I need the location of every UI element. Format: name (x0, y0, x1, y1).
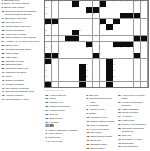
cell-r9c10[interactable] (106, 47, 113, 52)
down-clue-13: 13. Part of a pagoda (87, 124, 117, 127)
down-clue-3: 3. Consecrate (46, 136, 85, 139)
cell-r3c8[interactable]: 17 (93, 13, 99, 18)
cell-r7c10[interactable] (106, 36, 113, 41)
cell-r6c9[interactable] (100, 30, 107, 35)
clue-text: Aristotle, to Alexander the Great (6, 40, 40, 43)
cell-number: 48 (45, 64, 47, 66)
cell-r7c11[interactable] (113, 36, 119, 41)
cell-r3c6[interactable] (79, 13, 85, 18)
across-clues-continued: 50. Arbor's offering51. Genre52. Toasted… (46, 94, 85, 124)
cell-r15c2[interactable]: 57 (52, 82, 59, 87)
across-clue-49: 49. It's cultivated in Africa (2, 98, 42, 101)
cell-r11c6[interactable] (79, 59, 85, 64)
cell-r15c4[interactable] (65, 82, 72, 87)
across-clue-5: 5. Brazil, for some nations (2, 2, 42, 5)
clue-text: Chemical compound component (121, 127, 143, 133)
clue-text: "Cool" quality (48, 132, 62, 135)
cell-r14c2[interactable] (52, 76, 59, 81)
cell-r11c7[interactable] (86, 59, 93, 64)
cell-r5c15[interactable] (141, 24, 148, 29)
cell-r15c8[interactable] (93, 82, 99, 87)
cell-r12c14[interactable] (134, 64, 141, 69)
cell-r6c4[interactable] (65, 30, 72, 35)
cell-r4c8[interactable] (93, 19, 99, 24)
cell-r3c3[interactable] (59, 13, 65, 18)
cell-r2c13[interactable] (127, 7, 133, 12)
cell-r11c9[interactable] (100, 59, 107, 64)
cell-r6c12[interactable] (120, 30, 127, 35)
clue-text: Democrat-turned-Republican-turned-Democr… (5, 10, 37, 16)
cell-r6c6[interactable]: 27 (79, 30, 85, 35)
cell-r10c7[interactable] (86, 53, 93, 58)
cell-r6c1[interactable]: 26 (45, 30, 51, 35)
cell-r12c4[interactable] (65, 64, 72, 69)
clue-text: Brazil, for some nations (4, 2, 29, 5)
cell-r4c2 (52, 19, 59, 24)
clue-text: Japanese wrestling (6, 71, 26, 74)
cell-r8c10[interactable] (106, 42, 113, 47)
cell-number: 12 (45, 7, 47, 9)
clue-text: Center surrounders (50, 105, 71, 108)
cell-r2c3[interactable] (59, 7, 65, 12)
clue-text: All smiles (122, 115, 132, 118)
down-clue-31: 31. Tattoo standard (118, 108, 149, 111)
cell-r13c15[interactable] (141, 70, 148, 75)
cell-r4c13[interactable]: 20 (127, 19, 133, 24)
cell-number: 26 (45, 30, 47, 32)
cell-r14c14[interactable] (134, 76, 141, 81)
cell-r9c7[interactable]: 38 (86, 47, 93, 52)
cell-r14c8[interactable] (93, 76, 99, 81)
cell-r3c2[interactable] (52, 13, 59, 18)
cell-r9c3[interactable] (59, 47, 65, 52)
clue-text: Balloon filler (6, 44, 19, 47)
cell-r6c8[interactable] (93, 30, 99, 35)
cell-number: 5 (79, 1, 80, 3)
cell-r6c15[interactable] (141, 30, 148, 35)
cell-r5c13[interactable] (127, 24, 133, 29)
cell-number: 32 (66, 42, 68, 44)
cell-r1c2[interactable]: 2 (52, 1, 59, 6)
cell-r4c4[interactable] (65, 19, 72, 24)
down-clue-30: 30. "Pocket Fisherman" promoter (118, 101, 149, 107)
cell-r13c14[interactable] (134, 70, 141, 75)
cell-number: 57 (52, 82, 54, 84)
cell-r1c15[interactable]: 11 (141, 1, 148, 6)
clue-text: Switzerland's capital (91, 135, 113, 138)
clue-text: Workplace safety org. (6, 67, 29, 70)
cell-r2c5[interactable]: 13 (72, 7, 79, 12)
cell-number: 28 (107, 30, 109, 32)
cell-r2c9[interactable]: 14 (100, 7, 107, 12)
across-clue-40: 40. Japanese wrestling (2, 71, 42, 74)
clue-text: Broadway opening? (6, 17, 27, 20)
cell-r14c1[interactable]: 54 (45, 76, 51, 81)
cell-r12c7[interactable]: 49 (86, 64, 93, 69)
cell-r13c4[interactable] (65, 70, 72, 75)
cell-r11c14[interactable]: 47 (134, 59, 141, 64)
cell-r13c1[interactable]: 51 (45, 70, 51, 75)
cell-r4c15[interactable] (141, 19, 148, 24)
cell-r3c15[interactable] (141, 13, 148, 18)
cell-r2c10[interactable] (106, 7, 113, 12)
cell-r6c5 (72, 30, 79, 35)
cell-number: 55 (86, 76, 88, 78)
cell-r11c13[interactable] (127, 59, 133, 64)
cell-r15c10 (106, 82, 113, 87)
cell-number: 10 (134, 1, 136, 3)
cell-r7c13[interactable] (127, 36, 133, 41)
cell-r3c11[interactable] (113, 13, 119, 18)
cell-number: 3 (59, 1, 60, 3)
cell-number: 22 (45, 24, 47, 26)
cell-r15c3[interactable] (59, 82, 65, 87)
down-clue-7: 7. Consider (87, 104, 117, 107)
cell-r10c13[interactable] (127, 53, 133, 58)
cell-r8c8[interactable]: 34 (93, 42, 99, 47)
cell-number: 56 (114, 76, 116, 78)
cell-r1c10[interactable]: 6 (106, 1, 113, 6)
cell-r6c13[interactable] (127, 30, 133, 35)
cell-number: 9 (127, 1, 128, 3)
cell-number: 23 (52, 24, 54, 26)
cell-r10c9[interactable]: 43 (100, 53, 107, 58)
cell-r11c4[interactable] (65, 59, 72, 64)
clue-text: Comrade in arms (6, 60, 24, 63)
cell-r14c12[interactable] (120, 76, 127, 81)
cell-number: 37 (45, 47, 47, 49)
cell-r15c5[interactable] (72, 82, 79, 87)
cell-r7c8[interactable] (93, 36, 99, 41)
cell-r3c5[interactable] (72, 13, 79, 18)
cell-r7c3[interactable] (59, 36, 65, 41)
cell-r1c6[interactable]: 5 (79, 1, 85, 6)
cell-r9c6[interactable] (79, 47, 85, 52)
cell-r14c15[interactable] (141, 76, 148, 81)
cell-r4c6[interactable] (79, 19, 85, 24)
cell-r8c3[interactable] (59, 42, 65, 47)
clue-text: Bugle call (91, 139, 101, 142)
cell-r13c5[interactable] (72, 70, 79, 75)
cell-r10c15[interactable] (141, 53, 148, 58)
cell-r9c14[interactable] (134, 47, 141, 52)
cell-r9c2[interactable] (52, 47, 59, 52)
cell-r9c5[interactable] (72, 47, 79, 52)
cell-r5c14[interactable] (134, 24, 141, 29)
clue-text: Winter precipitation (122, 149, 142, 150)
cell-r2c12[interactable] (120, 7, 127, 12)
across-clue-18: 18. Nordic metropolis (2, 29, 42, 32)
across-clue-55: 55. Trial run (46, 113, 85, 116)
cell-r2c11[interactable] (113, 7, 119, 12)
cell-r4c14[interactable]: 21 (134, 19, 141, 24)
cell-number: 54 (45, 76, 47, 78)
cell-r11c12[interactable] (120, 59, 127, 64)
cell-r5c11[interactable]: 25 (113, 24, 119, 29)
down-clue-10: 10. Opposite of o'er (87, 116, 117, 119)
cell-r15c14[interactable] (134, 82, 141, 87)
cell-r12c2[interactable] (52, 64, 59, 69)
clue-text: "Take that!" (6, 56, 18, 59)
clue-text: What a pedometer registers (48, 129, 78, 132)
cell-r10c4[interactable] (65, 53, 72, 58)
cell-r5c8[interactable] (93, 24, 99, 29)
down-clue-5: 5. BLT part (87, 94, 117, 97)
clue-text: Powder container (6, 83, 25, 86)
down-clue-16: 16. Nile snake (87, 131, 117, 134)
cell-r6c2[interactable] (52, 30, 59, 35)
cell-r10c6[interactable] (79, 53, 85, 58)
cell-number: 19 (120, 19, 122, 21)
cell-r12c11[interactable]: 50 (113, 64, 119, 69)
cell-r1c7[interactable] (86, 1, 93, 6)
cell-r6c11[interactable] (113, 30, 119, 35)
clue-text: Agents, to Leo (89, 108, 104, 111)
cell-r3c1[interactable]: 15 (45, 13, 51, 18)
cell-r12c15[interactable] (141, 64, 148, 69)
cell-r13c12[interactable] (120, 70, 127, 75)
cell-r7c2[interactable] (52, 36, 59, 41)
cell-r3c10[interactable] (106, 13, 113, 18)
cell-r15c7[interactable]: 58 (86, 82, 93, 87)
cell-r10c11[interactable] (113, 53, 119, 58)
cell-r10c5[interactable] (72, 53, 79, 58)
cell-r1c3[interactable]: 3 (59, 1, 65, 6)
cell-r14c5[interactable] (72, 76, 79, 81)
cell-r8c14[interactable]: 35 (134, 42, 141, 47)
cell-r8c5[interactable]: 33 (72, 42, 79, 47)
cell-r7c6[interactable]: 30 (79, 36, 85, 41)
cell-r3c7[interactable]: 16 (86, 13, 93, 18)
cell-r11c2[interactable]: 44 (52, 59, 59, 64)
cell-r1c8[interactable] (93, 1, 99, 6)
cell-r9c9[interactable] (100, 47, 107, 52)
cell-r12c9[interactable] (100, 64, 107, 69)
cell-r10c10[interactable] (106, 53, 113, 58)
cell-r1c12[interactable]: 8 (120, 1, 127, 6)
cell-r10c12[interactable] (120, 53, 127, 58)
cell-r2c2[interactable] (52, 7, 59, 12)
cell-number: 30 (79, 36, 81, 38)
clue-text: Dog food brand since 1936 (89, 97, 112, 103)
clue-text: Ruhr city (122, 134, 131, 137)
down-clue-45: 45. Weighed down (118, 145, 149, 148)
cell-r9c1[interactable]: 37 (45, 47, 51, 52)
cell-r10c3[interactable]: 42 (59, 53, 65, 58)
cell-r1c13[interactable]: 9 (127, 1, 133, 6)
down-header: DOWN (46, 125, 85, 128)
cell-r8c15[interactable]: 36 (141, 42, 148, 47)
clue-text: Put in extra hours (91, 128, 110, 131)
cell-r7c9[interactable] (100, 36, 107, 41)
cell-r12c3[interactable] (59, 64, 65, 69)
cell-r5c6[interactable] (79, 24, 85, 29)
clue-text: Decline, as enrollment (122, 123, 146, 126)
cell-r12c8[interactable] (93, 64, 99, 69)
cell-r11c3[interactable] (59, 59, 65, 64)
cell-r4c5[interactable] (72, 19, 79, 24)
cell-r5c7[interactable] (86, 24, 93, 29)
cell-r12c13[interactable] (127, 64, 133, 69)
cell-r1c14[interactable]: 10 (134, 1, 141, 6)
cell-number: 31 (45, 42, 47, 44)
cell-number: 59 (114, 82, 116, 84)
down-clues-start: 1. What a pedometer registers2. "Cool" q… (46, 129, 85, 144)
cell-r12c10 (106, 64, 113, 69)
across-clue-28: 28. Wheel shaft (2, 52, 42, 55)
down-clue-33: 33. Senior member (118, 111, 149, 114)
cell-r13c11[interactable]: 53 (113, 70, 119, 75)
cell-r4c3[interactable]: 18 (59, 19, 65, 24)
cell-r15c15[interactable] (141, 82, 148, 87)
cell-r9c4[interactable] (65, 47, 72, 52)
clue-text: Like Roman numerals (6, 87, 29, 90)
cell-r11c11[interactable]: 46 (113, 59, 119, 64)
across-clue-50: 50. Arbor's offering (46, 94, 85, 97)
cell-r8c6[interactable] (79, 42, 85, 47)
cell-r5c9[interactable]: 24 (100, 24, 107, 29)
across-clue-46: 46. Like Roman numerals (2, 87, 42, 90)
down-clue-26: 26. Acronym for a military mess (118, 94, 149, 100)
cell-r1c1[interactable]: 1 (45, 1, 51, 6)
cell-r3c4[interactable] (65, 13, 72, 18)
cell-r15c1 (45, 82, 51, 87)
clue-text: Weighed down (122, 145, 138, 148)
cell-r13c13[interactable] (127, 70, 133, 75)
cell-r6c14[interactable] (134, 30, 141, 35)
cell-number: 38 (86, 47, 88, 49)
cell-r12c5[interactable] (72, 64, 79, 69)
cell-r4c7[interactable] (86, 19, 93, 24)
cell-r11c5[interactable] (72, 59, 79, 64)
cell-number: 21 (134, 19, 136, 21)
cell-r9c12[interactable]: 40 (120, 47, 127, 52)
cell-r5c1[interactable]: 22 (45, 24, 51, 29)
down-clues-column-4: 26. Acronym for a military mess30. "Pock… (118, 94, 149, 151)
cell-r14c11[interactable]: 56 (113, 76, 119, 81)
cell-r14c13[interactable] (127, 76, 133, 81)
cell-r11c10 (106, 59, 113, 64)
cell-r15c13[interactable] (127, 82, 133, 87)
clue-text: Kind of car or class (6, 33, 26, 36)
cell-r13c8[interactable] (93, 70, 99, 75)
down-clue-4: 4. U-Haul rental (46, 140, 85, 143)
cell-r9c15[interactable] (141, 47, 148, 52)
cell-r14c10 (106, 76, 113, 81)
cell-r8c13 (127, 42, 133, 47)
cell-r13c3[interactable] (59, 70, 65, 75)
cell-r5c2[interactable]: 23 (52, 24, 59, 29)
cell-r6c7[interactable] (86, 30, 93, 35)
cell-r4c10[interactable] (106, 19, 113, 24)
cell-r14c7[interactable]: 55 (86, 76, 93, 81)
cell-number: 6 (107, 1, 108, 3)
cell-r14c9[interactable] (100, 76, 107, 81)
down-clue-39: 39. Ruhr city (118, 134, 149, 137)
cell-r5c12[interactable] (120, 24, 127, 29)
cell-r2c6[interactable] (79, 7, 85, 12)
cell-r13c7[interactable]: 52 (86, 70, 93, 75)
cell-r12c1[interactable]: 48 (45, 64, 51, 69)
cell-r8c1[interactable]: 31 (45, 42, 51, 47)
cell-r5c5[interactable] (72, 24, 79, 29)
across-clue-52: 52. Toasted, e.g. (46, 101, 85, 104)
clue-text: Oft-removed hospital items (6, 90, 35, 93)
cell-number: 47 (134, 59, 136, 61)
cell-r15c12[interactable] (120, 82, 127, 87)
cell-r9c13[interactable]: 41 (127, 47, 133, 52)
cell-number: 15 (45, 13, 47, 15)
crossword-grid[interactable]: 1234567891011121314151617181920212223242… (44, 0, 149, 88)
cell-r2c14[interactable] (134, 7, 141, 12)
cell-r11c8[interactable]: 45 (93, 59, 99, 64)
cell-r2c15[interactable] (141, 7, 148, 12)
clue-text: Arbor's offering (50, 94, 66, 97)
cell-r8c4[interactable]: 32 (65, 42, 72, 47)
cell-number: 24 (100, 24, 102, 26)
cell-number: 35 (134, 42, 136, 44)
cell-r7c1[interactable]: 29 (45, 36, 51, 41)
cell-r6c10[interactable]: 28 (106, 30, 113, 35)
clue-text: Samuel Butler's utopia (90, 120, 114, 123)
clue-text: Senior member (122, 111, 138, 114)
cell-r12c12[interactable] (120, 64, 127, 69)
across-clue-14: 14. Broadway opening? (2, 17, 42, 20)
cell-r7c7[interactable] (86, 36, 93, 41)
cell-r15c11[interactable]: 59 (113, 82, 119, 87)
cell-r4c12[interactable]: 19 (120, 19, 127, 24)
across-clue-47: 47. Oft-removed hospital items (2, 90, 42, 93)
clue-text: Nordic metropolis (6, 29, 25, 32)
cell-r15c6 (79, 82, 85, 87)
down-clue-36: 36. Faded away (118, 119, 149, 122)
across-clue-51: 51. Genre (46, 97, 85, 100)
cell-r15c9[interactable] (100, 82, 107, 87)
across-clue-24: 24. Aristotle, to Alexander the Great (2, 40, 42, 43)
clue-text: Opposite of o'er (91, 116, 108, 119)
cell-r13c9[interactable] (100, 70, 107, 75)
cell-number: 40 (120, 47, 122, 49)
cell-r11c15[interactable] (141, 59, 148, 64)
cell-r6c3[interactable] (59, 30, 65, 35)
cell-number: 27 (79, 30, 81, 32)
cell-r14c4[interactable] (65, 76, 72, 81)
cell-r8c2[interactable] (52, 42, 59, 47)
clue-text: Beach party supply (4, 6, 24, 9)
cell-r7c12[interactable] (120, 36, 127, 41)
cell-r13c2[interactable] (52, 70, 59, 75)
cell-number: 7 (114, 1, 115, 3)
clue-text: Trial run (50, 113, 59, 116)
cell-r5c3[interactable] (59, 24, 65, 29)
cell-r1c4[interactable]: 4 (65, 1, 72, 6)
cell-r3c9[interactable] (100, 13, 107, 18)
cell-r14c3[interactable] (59, 76, 65, 81)
cell-r2c4[interactable] (65, 7, 72, 12)
cell-r9c11[interactable]: 39 (113, 47, 119, 52)
cell-r8c11 (113, 42, 119, 47)
across-clue-27: 27. New England fish staple (2, 48, 42, 51)
cell-r5c4[interactable] (65, 24, 72, 29)
cell-r9c8[interactable] (93, 47, 99, 52)
across-clue-17: 17. Dodge model until 1990 (2, 25, 42, 28)
clue-text: Dodge (89, 112, 96, 115)
cell-r2c1[interactable]: 12 (45, 7, 51, 12)
cell-r8c9[interactable] (100, 42, 107, 47)
cell-number: 33 (72, 42, 74, 44)
down-clue-2: 2. "Cool" quality (46, 132, 85, 135)
cell-r1c11[interactable]: 7 (113, 1, 119, 6)
